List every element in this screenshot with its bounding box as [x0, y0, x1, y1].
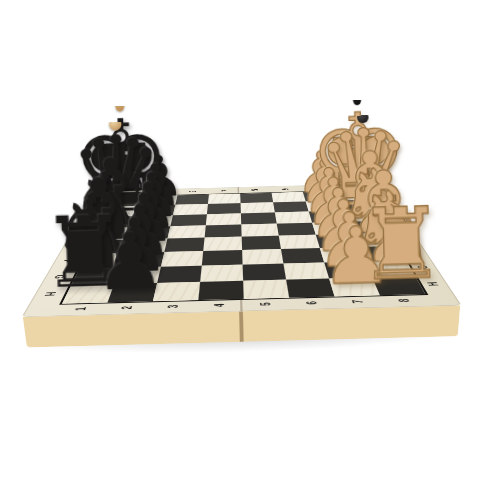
rank-label-near-2: 2 [116, 304, 136, 312]
wood-rook[interactable]: ♜ [308, 193, 480, 296]
rank-label-near-1: 1 [69, 305, 90, 313]
black-pawn[interactable]: ♟ [37, 220, 223, 303]
black-ball-finial-icon [356, 111, 368, 123]
board-tilt-wrapper: ♜♟♟♜♚♟♟♚♛♟♟♛♝♟♟♝♞♟♟♞♝♟♟♝♞♟♟♞♜♟♟♜ AABBCCD… [0, 0, 480, 480]
black-teardrop-finial-icon [352, 85, 361, 105]
wood-teardrop-finial-icon [114, 91, 124, 111]
fold-seam-front [239, 311, 244, 342]
chess-set-product-photo: ♜♟♟♜♚♟♟♚♛♟♟♛♝♟♟♝♞♟♟♞♝♟♟♝♞♟♟♞♜♟♟♜ AABBCCD… [0, 0, 480, 480]
wood-rook-glyph: ♜ [308, 193, 480, 296]
board-frame: ♜♟♟♜♚♟♟♚♛♟♟♛♝♟♟♝♞♟♟♞♝♟♟♝♞♟♟♞♜♟♟♜ AABBCCD… [22, 184, 462, 317]
rank-label-near-7: 7 [347, 298, 367, 306]
rank-label-near-5: 5 [256, 300, 274, 308]
black-pawn-glyph: ♟ [37, 220, 223, 303]
square-h8[interactable]: ♜ [372, 276, 425, 295]
playing-field: ♜♟♟♜♚♟♟♚♛♟♟♛♝♟♟♝♞♟♟♞♝♟♟♝♞♟♟♞♜♟♟♜ [59, 190, 428, 305]
chess-board: ♜♟♟♜♚♟♟♚♛♟♟♛♝♟♟♝♞♟♟♞♝♟♟♝♞♟♟♞♜♟♟♜ AABBCCD… [22, 184, 462, 317]
rank-label-near-3: 3 [163, 302, 182, 310]
wood-ball-finial-icon [108, 118, 121, 131]
rank-label-near-4: 4 [209, 301, 227, 309]
rank-label-near-8: 8 [392, 296, 413, 304]
rank-label-near-6: 6 [301, 299, 320, 307]
square-h2[interactable]: ♟ [108, 283, 158, 302]
